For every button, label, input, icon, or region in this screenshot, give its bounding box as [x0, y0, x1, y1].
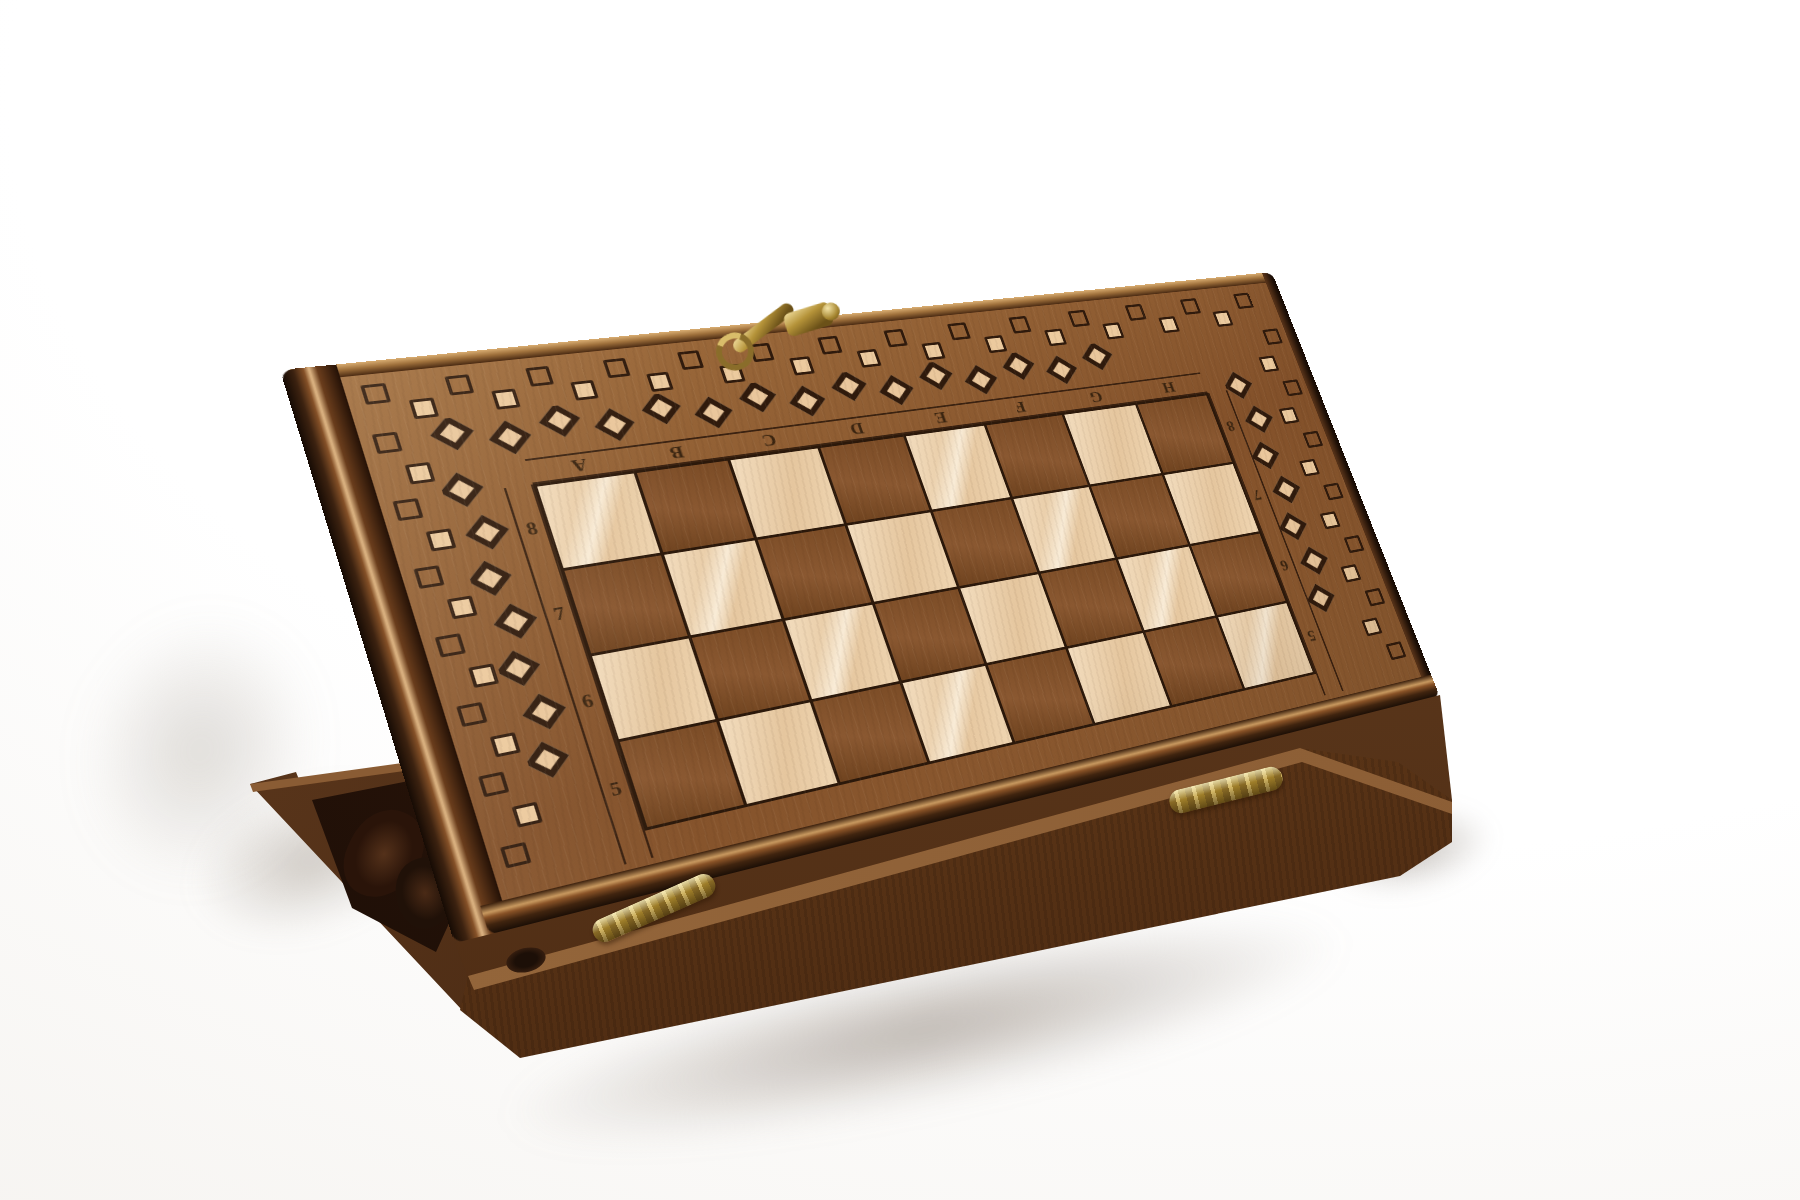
inlay-diamond: [496, 650, 540, 686]
inlay-diamond: [440, 472, 484, 507]
inlay-cream-square: [468, 663, 499, 688]
inlay-diamond: [1272, 475, 1300, 503]
inlay-diamond: [489, 420, 532, 454]
inlay-outline-square: [1323, 483, 1344, 501]
inlay-outline-square: [435, 633, 466, 657]
inlay-cream-square: [1044, 329, 1067, 347]
inlay-outline-square: [947, 322, 971, 340]
inlay-outline-square: [1302, 431, 1323, 448]
inlay-cream-square: [512, 802, 543, 828]
rank-label-6: 6: [1278, 556, 1291, 574]
inlay-diamond: [1046, 355, 1077, 384]
rank-label-5: 5: [1305, 627, 1319, 645]
inlay-outline-square: [444, 374, 474, 395]
inlay-cream-square: [1158, 316, 1180, 333]
inlay-diamond: [879, 375, 914, 406]
inlay-diamond: [831, 370, 866, 401]
inlay-diamond: [522, 693, 566, 729]
inlay-cream-square: [1320, 511, 1341, 529]
inlay-outline-square: [1008, 316, 1031, 334]
product-photo-stage: ABCDEFGH 8765 8765: [0, 0, 1800, 1200]
inlay-outline-square: [1233, 293, 1254, 309]
inlay-diamond: [468, 561, 512, 597]
inlay-outline-square: [1180, 298, 1202, 315]
inlay-diamond: [1245, 405, 1273, 433]
inlay-diamond: [1082, 342, 1113, 371]
inlay-outline-square: [603, 358, 631, 378]
inlay-cream-square: [646, 372, 674, 392]
inlay-diamond: [539, 404, 581, 438]
inlay-outline-square: [1364, 588, 1385, 607]
inlay-outline-square: [456, 702, 487, 727]
inlay-diamond: [739, 381, 776, 413]
inlay-outline-square: [413, 565, 444, 589]
inlay-outline-square: [677, 350, 704, 370]
inlay-diamond: [525, 741, 569, 778]
inlay-diamond: [694, 396, 732, 428]
inlay-diamond: [965, 365, 998, 395]
inlay-outline-square: [500, 842, 532, 869]
rank-label-8: 8: [1224, 417, 1237, 434]
inlay-outline-square: [1125, 304, 1147, 321]
inlay-cream-square: [409, 397, 439, 419]
inlay-cream-square: [1279, 407, 1300, 424]
inlay-diamond: [465, 515, 509, 550]
inlay-outline-square: [1385, 641, 1406, 660]
inlay-outline-square: [525, 366, 554, 387]
inlay-outline-square: [478, 771, 509, 797]
inlay-cream-square: [491, 389, 520, 410]
rank-label-6: 6: [579, 690, 596, 713]
inlay-diamond: [1300, 546, 1328, 574]
inlay-cream-square: [1102, 322, 1124, 339]
inlay-cream-square: [1212, 310, 1233, 327]
inlay-diamond: [789, 385, 825, 416]
inlay-diamond: [594, 408, 634, 441]
inlay-cream-square: [984, 335, 1008, 353]
inlay-cream-square: [1258, 355, 1279, 372]
inlay-diamond: [494, 603, 538, 639]
inlay-cream-square: [570, 380, 598, 401]
inlay-outline-square: [392, 498, 423, 521]
inlay-cream-square: [1340, 564, 1361, 583]
inlay-diamond: [430, 416, 474, 451]
rank-label-7: 7: [551, 603, 568, 625]
inlay-cream-square: [447, 595, 478, 619]
inlay-cream-square: [1361, 617, 1382, 636]
rank-label-7: 7: [1251, 486, 1264, 504]
inlay-cream-square: [490, 732, 521, 757]
rank-label-5: 5: [607, 778, 624, 801]
inlay-diamond: [1002, 351, 1034, 380]
inlay-cream-square: [921, 342, 945, 361]
inlay-outline-square: [1262, 328, 1283, 345]
inlay-diamond: [642, 392, 681, 425]
rank-label-8: 8: [523, 518, 540, 540]
inlay-cream-square: [426, 528, 457, 551]
inlay-diamond: [919, 360, 953, 390]
inlay-outline-square: [883, 329, 908, 348]
inlay-outline-square: [1344, 535, 1365, 553]
inlay-outline-square: [1067, 310, 1090, 327]
inlay-outline-square: [1282, 379, 1303, 396]
inlay-outline-square: [360, 383, 391, 405]
inlay-cream-square: [405, 462, 436, 485]
inlay-cream-square: [1299, 459, 1320, 477]
inlay-outline-square: [372, 432, 403, 454]
